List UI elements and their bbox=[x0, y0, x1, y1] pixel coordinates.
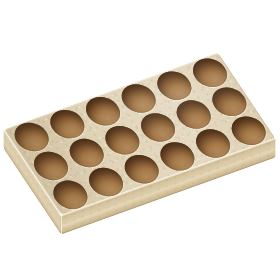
pit-r1c2[interactable] bbox=[44, 106, 91, 143]
pit-r2c2[interactable] bbox=[63, 135, 110, 172]
pit-r2c3[interactable] bbox=[99, 122, 146, 159]
pit-r1c6[interactable] bbox=[186, 55, 233, 92]
pit-r2c4[interactable] bbox=[134, 109, 181, 146]
pit-r1c4[interactable] bbox=[115, 80, 162, 117]
pit-r2c6[interactable] bbox=[206, 83, 253, 120]
pit-r2c5[interactable] bbox=[170, 96, 217, 133]
pit-r1c5[interactable] bbox=[151, 68, 198, 105]
product-photo-canvas bbox=[0, 0, 280, 280]
mancala-board bbox=[0, 0, 280, 280]
pit-r1c3[interactable] bbox=[79, 93, 126, 130]
